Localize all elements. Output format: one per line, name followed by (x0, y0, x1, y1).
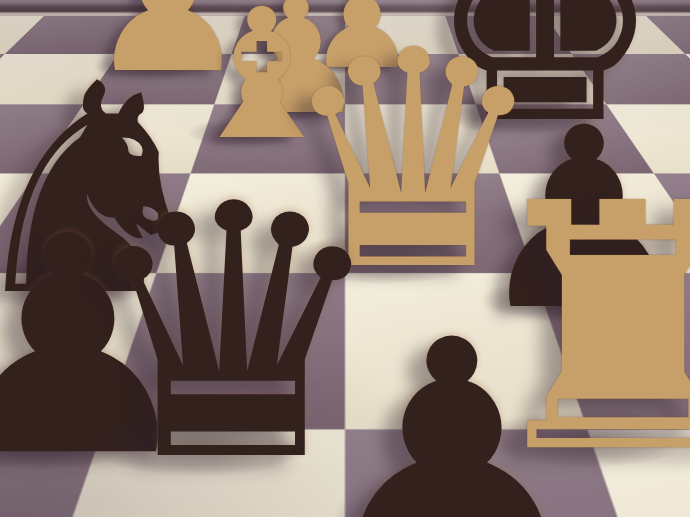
square-d6 (191, 104, 345, 173)
square-e8 (345, 15, 458, 54)
square-d7 (214, 54, 345, 105)
board-outer-frame (0, 0, 690, 16)
square-e6 (345, 104, 499, 173)
chess-board-photo: ♟♟♟♝♚♛♞♟♛♟♜♟ (0, 0, 690, 517)
square-d8 (232, 15, 345, 54)
square-e7 (345, 54, 476, 105)
square-f5 (499, 173, 690, 273)
chess-board-surface (0, 15, 690, 517)
square-d5 (156, 173, 345, 273)
